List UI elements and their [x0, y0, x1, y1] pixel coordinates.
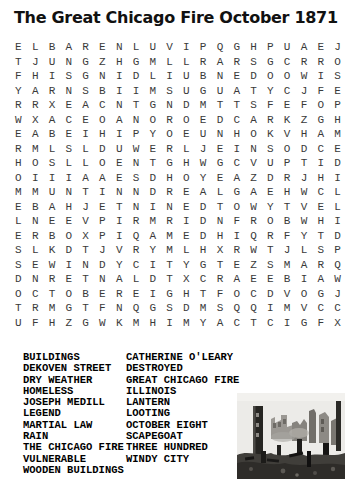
- grid-cell: O: [10, 171, 27, 186]
- grid-cell: O: [27, 156, 44, 171]
- grid-cell: Q: [212, 40, 229, 55]
- grid-cell: E: [228, 69, 245, 84]
- grid-cell: C: [228, 316, 245, 331]
- grid-cell: U: [10, 316, 27, 331]
- grid-cell: H: [144, 316, 161, 331]
- grid-cell: O: [279, 69, 296, 84]
- grid-cell: E: [262, 185, 279, 200]
- grid-cell: E: [312, 200, 329, 215]
- grid-cell: U: [111, 142, 128, 157]
- grid-cell: C: [245, 287, 262, 302]
- grid-cell: H: [279, 185, 296, 200]
- grid-cell: E: [212, 171, 229, 186]
- grid-cell: P: [94, 214, 111, 229]
- grid-cell: R: [111, 287, 128, 302]
- grid-cell: N: [128, 185, 145, 200]
- word-item: THREE HUNDRED: [126, 442, 239, 453]
- grid-cell: R: [262, 229, 279, 244]
- grid-cell: R: [262, 113, 279, 128]
- grid-cell: F: [94, 301, 111, 316]
- grid-cell: T: [262, 243, 279, 258]
- grid-cell: O: [94, 156, 111, 171]
- grid-cell: G: [128, 55, 145, 70]
- word-item: DEKOVEN STREET: [23, 363, 124, 374]
- grid-cell: O: [279, 142, 296, 157]
- grid-cell: T: [128, 98, 145, 113]
- grid-cell: C: [27, 287, 44, 302]
- grid-cell: M: [161, 243, 178, 258]
- grid-cell: R: [128, 214, 145, 229]
- grid-cell: N: [128, 113, 145, 128]
- grid-cell: A: [111, 113, 128, 128]
- grid-cell: D: [212, 113, 229, 128]
- grid-cell: X: [212, 243, 229, 258]
- grid-cell: E: [279, 98, 296, 113]
- grid-cell: Z: [245, 258, 262, 273]
- grid-cell: R: [10, 98, 27, 113]
- grid-cell: S: [262, 258, 279, 273]
- grid-cell: E: [178, 229, 195, 244]
- grid-cell: O: [60, 229, 77, 244]
- grid-cell: G: [296, 316, 313, 331]
- grid-cell: A: [312, 127, 329, 142]
- grid-cell: R: [44, 272, 61, 287]
- grid-cell: E: [111, 156, 128, 171]
- grid-cell: U: [212, 84, 229, 99]
- word-search-grid: ELBARENLUVIPQGHPUAEJTJUNGZHGMLLRARSGCRRO…: [10, 40, 346, 330]
- grid-cell: A: [44, 113, 61, 128]
- grid-cell: B: [44, 229, 61, 244]
- grid-cell: F: [262, 98, 279, 113]
- grid-cell: T: [111, 200, 128, 215]
- grid-cell: S: [161, 301, 178, 316]
- grid-cell: I: [228, 142, 245, 157]
- grid-cell: I: [44, 171, 61, 186]
- grid-cell: G: [195, 258, 212, 273]
- grid-cell: G: [144, 98, 161, 113]
- grid-cell: E: [10, 40, 27, 55]
- grid-cell: I: [128, 84, 145, 99]
- grid-cell: N: [212, 214, 229, 229]
- grid-cell: Q: [228, 301, 245, 316]
- grid-cell: K: [262, 127, 279, 142]
- grid-cell: G: [60, 301, 77, 316]
- grid-cell: H: [161, 171, 178, 186]
- grid-cell: Z: [245, 171, 262, 186]
- grid-cell: Y: [10, 84, 27, 99]
- grid-cell: S: [312, 243, 329, 258]
- grid-cell: M: [161, 229, 178, 244]
- grid-cell: A: [111, 272, 128, 287]
- grid-cell: P: [94, 229, 111, 244]
- grid-cell: L: [27, 243, 44, 258]
- grid-cell: W: [94, 316, 111, 331]
- grid-cell: B: [44, 127, 61, 142]
- grid-cell: I: [262, 301, 279, 316]
- grid-cell: I: [77, 127, 94, 142]
- grid-cell: T: [245, 84, 262, 99]
- grid-cell: F: [212, 287, 229, 302]
- grid-cell: D: [262, 171, 279, 186]
- grid-cell: I: [228, 229, 245, 244]
- grid-cell: E: [94, 200, 111, 215]
- grid-cell: X: [77, 229, 94, 244]
- grid-cell: L: [144, 69, 161, 84]
- grid-cell: W: [195, 156, 212, 171]
- grid-cell: L: [178, 55, 195, 70]
- grid-cell: J: [329, 40, 346, 55]
- grid-cell: F: [228, 214, 245, 229]
- grid-cell: W: [296, 214, 313, 229]
- grid-cell: P: [262, 40, 279, 55]
- grid-cell: Q: [329, 258, 346, 273]
- grid-cell: O: [228, 287, 245, 302]
- grid-cell: B: [77, 287, 94, 302]
- grid-cell: A: [144, 229, 161, 244]
- grid-cell: I: [111, 214, 128, 229]
- grid-cell: S: [262, 142, 279, 157]
- grid-cell: L: [10, 214, 27, 229]
- grid-cell: R: [27, 98, 44, 113]
- grid-cell: T: [195, 287, 212, 302]
- grid-cell: E: [111, 171, 128, 186]
- grid-cell: A: [228, 84, 245, 99]
- grid-cell: Z: [296, 113, 313, 128]
- grid-cell: I: [144, 287, 161, 302]
- grid-cell: G: [144, 301, 161, 316]
- grid-cell: E: [195, 113, 212, 128]
- grid-cell: S: [60, 69, 77, 84]
- grid-cell: Y: [262, 84, 279, 99]
- grid-cell: A: [245, 185, 262, 200]
- grid-cell: J: [77, 200, 94, 215]
- grid-cell: E: [10, 127, 27, 142]
- grid-cell: A: [228, 171, 245, 186]
- grid-cell: M: [144, 84, 161, 99]
- grid-cell: E: [228, 258, 245, 273]
- grid-cell: T: [161, 258, 178, 273]
- grid-cell: T: [212, 200, 229, 215]
- grid-cell: V: [77, 214, 94, 229]
- grid-cell: T: [77, 272, 94, 287]
- grid-cell: J: [195, 142, 212, 157]
- grid-cell: E: [178, 185, 195, 200]
- grid-cell: A: [27, 127, 44, 142]
- grid-cell: T: [212, 98, 229, 113]
- grid-cell: M: [144, 55, 161, 70]
- grid-cell: L: [77, 142, 94, 157]
- grid-cell: H: [10, 156, 27, 171]
- grid-cell: O: [312, 98, 329, 113]
- grid-cell: L: [178, 142, 195, 157]
- grid-cell: T: [44, 287, 61, 302]
- grid-cell: E: [10, 200, 27, 215]
- grid-cell: N: [212, 127, 229, 142]
- grid-cell: G: [312, 287, 329, 302]
- grid-cell: A: [312, 272, 329, 287]
- grid-cell: E: [245, 272, 262, 287]
- grid-cell: I: [312, 156, 329, 171]
- grid-cell: M: [27, 185, 44, 200]
- grid-cell: G: [312, 113, 329, 128]
- grid-cell: R: [279, 171, 296, 186]
- grid-cell: O: [178, 113, 195, 128]
- grid-cell: T: [228, 98, 245, 113]
- grid-cell: I: [296, 272, 313, 287]
- grid-cell: I: [27, 171, 44, 186]
- grid-cell: V: [279, 287, 296, 302]
- grid-cell: R: [161, 142, 178, 157]
- grid-cell: F: [10, 69, 27, 84]
- grid-cell: T: [279, 200, 296, 215]
- grid-cell: O: [144, 113, 161, 128]
- grid-cell: S: [77, 84, 94, 99]
- grid-cell: M: [10, 185, 27, 200]
- grid-cell: W: [329, 272, 346, 287]
- grid-cell: S: [245, 98, 262, 113]
- grid-cell: P: [329, 243, 346, 258]
- grid-cell: T: [144, 156, 161, 171]
- grid-cell: X: [27, 113, 44, 128]
- grid-cell: H: [296, 127, 313, 142]
- grid-cell: N: [60, 185, 77, 200]
- grid-cell: E: [27, 258, 44, 273]
- grid-cell: V: [296, 301, 313, 316]
- grid-cell: C: [279, 55, 296, 70]
- grid-cell: D: [60, 243, 77, 258]
- grid-cell: O: [262, 69, 279, 84]
- grid-cell: T: [296, 156, 313, 171]
- grid-cell: E: [178, 200, 195, 215]
- grid-cell: E: [262, 272, 279, 287]
- grid-cell: T: [77, 185, 94, 200]
- grid-cell: A: [60, 40, 77, 55]
- grid-cell: G: [228, 185, 245, 200]
- grid-cell: N: [60, 84, 77, 99]
- grid-cell: D: [94, 258, 111, 273]
- grid-cell: H: [312, 214, 329, 229]
- grid-cell: W: [296, 185, 313, 200]
- grid-cell: B: [195, 69, 212, 84]
- grid-cell: D: [144, 185, 161, 200]
- grid-cell: A: [94, 171, 111, 186]
- grid-cell: J: [279, 243, 296, 258]
- grid-cell: C: [279, 84, 296, 99]
- grid-cell: I: [279, 316, 296, 331]
- grid-cell: L: [329, 185, 346, 200]
- grid-cell: M: [195, 98, 212, 113]
- grid-cell: R: [228, 243, 245, 258]
- grid-cell: Y: [296, 229, 313, 244]
- grid-cell: A: [77, 171, 94, 186]
- grid-cell: I: [329, 171, 346, 186]
- grid-cell: C: [262, 316, 279, 331]
- grid-cell: S: [10, 258, 27, 273]
- grid-cell: E: [94, 287, 111, 302]
- grid-cell: B: [27, 200, 44, 215]
- grid-cell: B: [44, 40, 61, 55]
- grid-cell: M: [279, 258, 296, 273]
- grid-cell: I: [178, 214, 195, 229]
- grid-cell: A: [245, 113, 262, 128]
- grid-cell: D: [296, 142, 313, 157]
- grid-cell: T: [212, 258, 229, 273]
- grid-cell: S: [128, 171, 145, 186]
- grid-cell: E: [178, 127, 195, 142]
- grid-cell: V: [279, 127, 296, 142]
- grid-cell: W: [10, 113, 27, 128]
- grid-cell: S: [60, 142, 77, 157]
- grid-cell: C: [195, 272, 212, 287]
- grid-cell: G: [161, 287, 178, 302]
- grid-cell: M: [178, 316, 195, 331]
- grid-cell: F: [312, 84, 329, 99]
- grid-cell: I: [161, 69, 178, 84]
- grid-cell: T: [312, 229, 329, 244]
- grid-cell: H: [44, 316, 61, 331]
- grid-cell: I: [111, 127, 128, 142]
- grid-cell: F: [27, 316, 44, 331]
- grid-cell: C: [329, 301, 346, 316]
- grid-cell: I: [111, 84, 128, 99]
- grid-cell: E: [60, 272, 77, 287]
- grid-cell: L: [128, 272, 145, 287]
- grid-cell: R: [27, 229, 44, 244]
- grid-cell: K: [279, 113, 296, 128]
- grid-cell: G: [77, 316, 94, 331]
- grid-cell: H: [212, 229, 229, 244]
- grid-cell: D: [144, 272, 161, 287]
- grid-cell: C: [312, 301, 329, 316]
- grid-cell: U: [262, 156, 279, 171]
- grid-cell: M: [195, 301, 212, 316]
- word-item: DESTROYED: [126, 363, 239, 374]
- grid-cell: E: [128, 287, 145, 302]
- grid-cell: H: [94, 127, 111, 142]
- grid-cell: L: [296, 243, 313, 258]
- grid-cell: U: [44, 185, 61, 200]
- grid-cell: T: [10, 55, 27, 70]
- grid-cell: Q: [128, 301, 145, 316]
- grid-cell: J: [94, 243, 111, 258]
- grid-cell: T: [77, 243, 94, 258]
- grid-cell: B: [279, 214, 296, 229]
- grid-cell: A: [228, 272, 245, 287]
- grid-cell: E: [60, 214, 77, 229]
- grid-cell: D: [94, 142, 111, 157]
- grid-cell: S: [161, 84, 178, 99]
- grid-cell: T: [245, 316, 262, 331]
- grid-cell: Q: [245, 301, 262, 316]
- grid-cell: H: [228, 127, 245, 142]
- grid-cell: N: [111, 40, 128, 55]
- grid-cell: J: [296, 84, 313, 99]
- grid-cell: R: [228, 55, 245, 70]
- grid-cell: W: [128, 142, 145, 157]
- grid-cell: I: [94, 185, 111, 200]
- grid-cell: U: [44, 55, 61, 70]
- grid-cell: B: [279, 272, 296, 287]
- grid-cell: G: [228, 40, 245, 55]
- grid-cell: I: [161, 316, 178, 331]
- grid-cell: U: [279, 40, 296, 55]
- grid-cell: L: [27, 40, 44, 55]
- grid-cell: R: [161, 214, 178, 229]
- grid-cell: I: [144, 200, 161, 215]
- grid-cell: I: [144, 258, 161, 273]
- grid-cell: C: [128, 258, 145, 273]
- grid-cell: C: [312, 142, 329, 157]
- grid-cell: D: [329, 156, 346, 171]
- grid-cell: E: [44, 214, 61, 229]
- grid-cell: A: [212, 316, 229, 331]
- grid-cell: E: [77, 113, 94, 128]
- grid-cell: O: [94, 113, 111, 128]
- grid-cell: X: [44, 98, 61, 113]
- grid-cell: I: [44, 69, 61, 84]
- grid-cell: J: [27, 55, 44, 70]
- page-title: The Great Chicago Fire October 1871: [14, 8, 350, 27]
- word-search-page: The Great Chicago Fire October 1871 ELBA…: [0, 0, 354, 500]
- grid-cell: K: [44, 243, 61, 258]
- grid-cell: Y: [111, 258, 128, 273]
- grid-cell: N: [77, 258, 94, 273]
- grid-cell: N: [212, 69, 229, 84]
- grid-cell: G: [77, 55, 94, 70]
- grid-cell: M: [144, 214, 161, 229]
- grid-cell: V: [111, 243, 128, 258]
- grid-cell: I: [178, 40, 195, 55]
- word-item: THE CHICAGO FIRE: [23, 442, 124, 453]
- grid-cell: V: [245, 156, 262, 171]
- grid-cell: I: [329, 214, 346, 229]
- grid-cell: P: [195, 40, 212, 55]
- grid-cell: N: [128, 156, 145, 171]
- grid-cell: S: [245, 55, 262, 70]
- grid-cell: A: [195, 185, 212, 200]
- grid-cell: R: [128, 243, 145, 258]
- grid-cell: J: [329, 287, 346, 302]
- grid-cell: R: [296, 55, 313, 70]
- grid-cell: H: [111, 55, 128, 70]
- grid-cell: H: [312, 171, 329, 186]
- grid-cell: O: [161, 127, 178, 142]
- grid-cell: R: [195, 55, 212, 70]
- grid-cell: T: [10, 301, 27, 316]
- grid-cell: P: [279, 156, 296, 171]
- grid-cell: E: [144, 142, 161, 157]
- grid-cell: J: [296, 171, 313, 186]
- grid-cell: R: [77, 40, 94, 55]
- grid-cell: F: [279, 229, 296, 244]
- grid-cell: O: [10, 287, 27, 302]
- grid-cell: O: [228, 200, 245, 215]
- grid-cell: D: [128, 69, 145, 84]
- grid-cell: M: [279, 301, 296, 316]
- grid-cell: R: [161, 113, 178, 128]
- grid-cell: G: [161, 156, 178, 171]
- grid-cell: A: [77, 98, 94, 113]
- grid-cell: T: [161, 272, 178, 287]
- grid-cell: N: [111, 98, 128, 113]
- grid-cell: K: [111, 316, 128, 331]
- grid-cell: D: [245, 69, 262, 84]
- grid-cell: D: [144, 171, 161, 186]
- grid-cell: O: [245, 127, 262, 142]
- grid-cell: X: [329, 316, 346, 331]
- grid-cell: H: [329, 113, 346, 128]
- grid-cell: D: [195, 229, 212, 244]
